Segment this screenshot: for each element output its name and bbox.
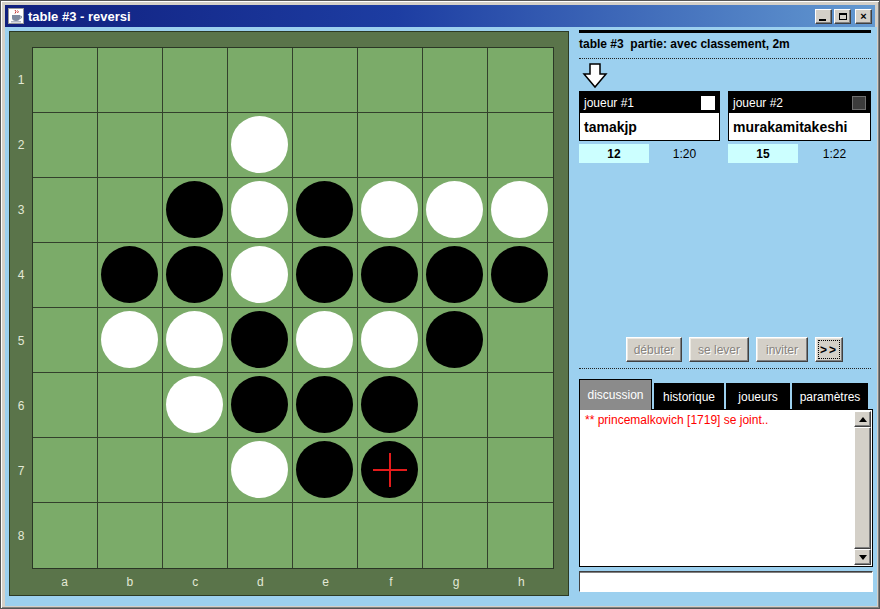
- square-f6[interactable]: [358, 373, 423, 438]
- square-c2[interactable]: [163, 113, 228, 178]
- client-area: 12345678 abcdefgh table #3 partie: avec …: [5, 27, 877, 606]
- tab-parametres[interactable]: paramètres: [792, 383, 868, 410]
- square-h5[interactable]: [488, 308, 553, 373]
- square-d7[interactable]: [228, 438, 293, 503]
- table-info-header: table #3 partie: avec classement, 2m: [579, 37, 871, 51]
- black-disc-c3: [166, 181, 223, 238]
- player1-label: joueur #1: [584, 96, 634, 110]
- row-label-7: 7: [10, 439, 32, 504]
- tab-discussion[interactable]: discussion: [579, 379, 652, 410]
- scrollbar-thumb[interactable]: [854, 427, 871, 549]
- square-h3[interactable]: [488, 178, 553, 243]
- square-e2[interactable]: [293, 113, 358, 178]
- black-disc-e7: [296, 441, 353, 498]
- white-disc-c6: [166, 376, 223, 433]
- square-b7[interactable]: [98, 438, 163, 503]
- reversi-board-panel: 12345678 abcdefgh: [9, 31, 569, 596]
- square-e7[interactable]: [293, 438, 358, 503]
- scroll-up-button[interactable]: [854, 411, 871, 427]
- black-disc-f4: [361, 246, 418, 303]
- black-disc-h4: [491, 246, 548, 303]
- square-e3[interactable]: [293, 178, 358, 243]
- square-e6[interactable]: [293, 373, 358, 438]
- black-piece-icon: [852, 96, 866, 110]
- square-f7[interactable]: [358, 438, 423, 503]
- square-d6[interactable]: [228, 373, 293, 438]
- black-disc-f7: [361, 441, 418, 498]
- square-a8[interactable]: [33, 503, 98, 568]
- player2-score: 15: [728, 144, 798, 163]
- black-disc-g5: [426, 311, 483, 368]
- black-disc-b4: [101, 246, 158, 303]
- square-c5[interactable]: [163, 308, 228, 373]
- chat-input-wrap: [579, 571, 873, 592]
- board-grid: [32, 47, 554, 569]
- row-label-2: 2: [10, 112, 32, 177]
- square-b1[interactable]: [98, 48, 163, 113]
- player2-clock: 1:22: [798, 144, 871, 163]
- square-a3[interactable]: [33, 178, 98, 243]
- square-g7[interactable]: [423, 438, 488, 503]
- square-g8[interactable]: [423, 503, 488, 568]
- square-g5[interactable]: [423, 308, 488, 373]
- player2-header: joueur #2: [729, 92, 870, 113]
- square-h2[interactable]: [488, 113, 553, 178]
- square-b6[interactable]: [98, 373, 163, 438]
- chat-scrollbar[interactable]: [854, 411, 871, 565]
- player1-clock: 1:20: [649, 144, 720, 163]
- board-row-labels: 12345678: [10, 47, 32, 569]
- square-c1[interactable]: [163, 48, 228, 113]
- titlebar[interactable]: table #3 - reversi ×: [5, 5, 875, 27]
- tab-joueurs[interactable]: joueurs: [726, 383, 790, 410]
- square-h1[interactable]: [488, 48, 553, 113]
- row-label-3: 3: [10, 178, 32, 243]
- black-disc-c4: [166, 246, 223, 303]
- square-c4[interactable]: [163, 243, 228, 308]
- white-disc-c5: [166, 311, 223, 368]
- square-a7[interactable]: [33, 438, 98, 503]
- col-label-a: a: [32, 569, 97, 595]
- scroll-up-icon: [859, 417, 867, 422]
- chat-log[interactable]: ** princemalkovich [1719] se joint..: [579, 409, 873, 567]
- player1-box: joueur #1 tamakjp: [579, 91, 720, 141]
- square-g6[interactable]: [423, 373, 488, 438]
- col-label-e: e: [293, 569, 358, 595]
- square-e8[interactable]: [293, 503, 358, 568]
- col-label-g: g: [424, 569, 489, 595]
- black-disc-g4: [426, 246, 483, 303]
- black-disc-e4: [296, 246, 353, 303]
- white-disc-b5: [101, 311, 158, 368]
- white-disc-d3: [231, 181, 288, 238]
- scroll-down-icon: [859, 555, 867, 560]
- square-f4[interactable]: [358, 243, 423, 308]
- row-label-6: 6: [10, 373, 32, 438]
- black-disc-e3: [296, 181, 353, 238]
- square-e5[interactable]: [293, 308, 358, 373]
- square-f2[interactable]: [358, 113, 423, 178]
- close-icon: ×: [860, 10, 866, 22]
- tab-historique[interactable]: historique: [654, 383, 724, 410]
- expand-button[interactable]: >>: [815, 337, 843, 362]
- dotted-separator-top: [579, 58, 871, 59]
- turn-arrow-icon: [582, 62, 608, 89]
- debuter-button[interactable]: débuter: [626, 337, 682, 362]
- square-h8[interactable]: [488, 503, 553, 568]
- white-disc-d4: [231, 246, 288, 303]
- square-g2[interactable]: [423, 113, 488, 178]
- square-d3[interactable]: [228, 178, 293, 243]
- white-disc-d7: [231, 441, 288, 498]
- square-f3[interactable]: [358, 178, 423, 243]
- square-b5[interactable]: [98, 308, 163, 373]
- row-label-4: 4: [10, 243, 32, 308]
- scroll-down-button[interactable]: [854, 549, 871, 565]
- player1-header: joueur #1: [580, 92, 719, 113]
- chat-message: ** princemalkovich [1719] se joint..: [580, 410, 872, 430]
- white-piece-icon: [701, 96, 715, 110]
- square-a1[interactable]: [33, 48, 98, 113]
- square-c7[interactable]: [163, 438, 228, 503]
- square-c6[interactable]: [163, 373, 228, 438]
- square-c8[interactable]: [163, 503, 228, 568]
- row-label-8: 8: [10, 504, 32, 569]
- square-d4[interactable]: [228, 243, 293, 308]
- square-e4[interactable]: [293, 243, 358, 308]
- white-disc-f5: [361, 311, 418, 368]
- player2-name: murakamitakeshi: [729, 113, 870, 140]
- square-f8[interactable]: [358, 503, 423, 568]
- square-d5[interactable]: [228, 308, 293, 373]
- black-disc-d6: [231, 376, 288, 433]
- white-disc-f3: [361, 181, 418, 238]
- square-a2[interactable]: [33, 113, 98, 178]
- black-disc-f6: [361, 376, 418, 433]
- inviter-button[interactable]: inviter: [756, 337, 808, 362]
- white-disc-h3: [491, 181, 548, 238]
- player1-name: tamakjp: [580, 113, 719, 140]
- square-d1[interactable]: [228, 48, 293, 113]
- dotted-separator-bottom: [579, 368, 871, 369]
- row-label-5: 5: [10, 308, 32, 373]
- last-move-marker: [371, 451, 409, 489]
- square-a6[interactable]: [33, 373, 98, 438]
- maximize-icon: [839, 13, 847, 20]
- close-button[interactable]: ×: [855, 9, 872, 24]
- square-b4[interactable]: [98, 243, 163, 308]
- square-c3[interactable]: [163, 178, 228, 243]
- square-e1[interactable]: [293, 48, 358, 113]
- col-label-c: c: [163, 569, 228, 595]
- square-g1[interactable]: [423, 48, 488, 113]
- square-b3[interactable]: [98, 178, 163, 243]
- row-label-1: 1: [10, 47, 32, 112]
- square-d2[interactable]: [228, 113, 293, 178]
- player2-score-row: 15 1:22: [728, 144, 871, 163]
- white-disc-e5: [296, 311, 353, 368]
- square-f1[interactable]: [358, 48, 423, 113]
- player1-score: 12: [579, 144, 649, 163]
- window-title: table #3 - reversi: [28, 9, 131, 24]
- square-h4[interactable]: [488, 243, 553, 308]
- col-label-b: b: [97, 569, 162, 595]
- col-label-f: f: [358, 569, 423, 595]
- square-g4[interactable]: [423, 243, 488, 308]
- maximize-button[interactable]: [834, 9, 851, 24]
- square-b2[interactable]: [98, 113, 163, 178]
- black-disc-d5: [231, 311, 288, 368]
- square-b8[interactable]: [98, 503, 163, 568]
- square-a4[interactable]: [33, 243, 98, 308]
- square-f5[interactable]: [358, 308, 423, 373]
- player1-score-row: 12 1:20: [579, 144, 720, 163]
- player2-box: joueur #2 murakamitakeshi: [728, 91, 871, 141]
- board-column-labels: abcdefgh: [32, 569, 554, 595]
- app-window: table #3 - reversi × 12345678 abcdefgh t…: [0, 0, 880, 609]
- col-label-h: h: [489, 569, 554, 595]
- panel-top-rule: [579, 30, 871, 33]
- white-disc-d2: [231, 116, 288, 173]
- square-a5[interactable]: [33, 308, 98, 373]
- player2-label: joueur #2: [733, 96, 783, 110]
- square-g3[interactable]: [423, 178, 488, 243]
- square-h6[interactable]: [488, 373, 553, 438]
- white-disc-g3: [426, 181, 483, 238]
- col-label-d: d: [228, 569, 293, 595]
- chat-input[interactable]: [580, 573, 872, 592]
- minimize-button[interactable]: [815, 9, 832, 24]
- square-h7[interactable]: [488, 438, 553, 503]
- square-d8[interactable]: [228, 503, 293, 568]
- se-lever-button[interactable]: se lever: [689, 337, 749, 362]
- java-app-icon: [8, 8, 24, 24]
- minimize-icon: [819, 19, 826, 21]
- black-disc-e6: [296, 376, 353, 433]
